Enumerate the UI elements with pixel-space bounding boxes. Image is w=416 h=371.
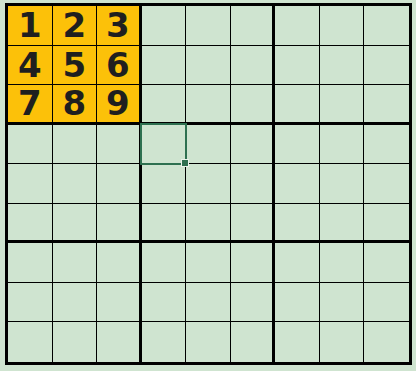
page-background: 123456789 bbox=[0, 0, 416, 371]
cell-r5c1[interactable] bbox=[8, 164, 53, 204]
cell-r4c9[interactable] bbox=[364, 125, 409, 165]
cell-r4c2[interactable] bbox=[53, 125, 98, 165]
cell-r5c8[interactable] bbox=[320, 164, 365, 204]
cell-r3c5[interactable] bbox=[186, 85, 231, 125]
cell-r8c5[interactable] bbox=[186, 283, 231, 323]
cell-r5c3[interactable] bbox=[97, 164, 142, 204]
cell-r3c4[interactable] bbox=[142, 85, 187, 125]
cell-r4c1[interactable] bbox=[8, 125, 53, 165]
cell-r5c2[interactable] bbox=[53, 164, 98, 204]
cell-r9c9[interactable] bbox=[364, 322, 409, 362]
cell-r4c6[interactable] bbox=[231, 125, 276, 165]
cell-r2c6[interactable] bbox=[231, 46, 276, 86]
cell-r3c7[interactable] bbox=[275, 85, 320, 125]
cell-r6c9[interactable] bbox=[364, 204, 409, 244]
cell-r3c3[interactable]: 9 bbox=[97, 85, 142, 125]
cell-r5c4[interactable] bbox=[142, 164, 187, 204]
cell-r7c8[interactable] bbox=[320, 243, 365, 283]
cell-r3c1[interactable]: 7 bbox=[8, 85, 53, 125]
cell-r1c3[interactable]: 3 bbox=[97, 6, 142, 46]
cell-r1c8[interactable] bbox=[320, 6, 365, 46]
cell-r1c6[interactable] bbox=[231, 6, 276, 46]
cell-r5c6[interactable] bbox=[231, 164, 276, 204]
cell-r8c8[interactable] bbox=[320, 283, 365, 323]
cell-r9c7[interactable] bbox=[275, 322, 320, 362]
cell-r8c2[interactable] bbox=[53, 283, 98, 323]
cell-digit: 9 bbox=[106, 86, 130, 120]
cell-r7c9[interactable] bbox=[364, 243, 409, 283]
cell-r6c5[interactable] bbox=[186, 204, 231, 244]
cell-r9c8[interactable] bbox=[320, 322, 365, 362]
cell-r6c3[interactable] bbox=[97, 204, 142, 244]
cell-r6c2[interactable] bbox=[53, 204, 98, 244]
cell-r9c3[interactable] bbox=[97, 322, 142, 362]
cell-r6c6[interactable] bbox=[231, 204, 276, 244]
cell-digit: 5 bbox=[62, 48, 86, 82]
cell-r3c9[interactable] bbox=[364, 85, 409, 125]
cell-digit: 6 bbox=[106, 48, 130, 82]
cell-r5c5[interactable] bbox=[186, 164, 231, 204]
cell-r8c4[interactable] bbox=[142, 283, 187, 323]
cell-r7c7[interactable] bbox=[275, 243, 320, 283]
cell-r1c1[interactable]: 1 bbox=[8, 6, 53, 46]
cell-r2c4[interactable] bbox=[142, 46, 187, 86]
cell-r5c9[interactable] bbox=[364, 164, 409, 204]
cell-r8c9[interactable] bbox=[364, 283, 409, 323]
cell-r4c7[interactable] bbox=[275, 125, 320, 165]
cell-r2c3[interactable]: 6 bbox=[97, 46, 142, 86]
cell-digit: 1 bbox=[18, 8, 42, 42]
cell-r7c2[interactable] bbox=[53, 243, 98, 283]
cell-r6c4[interactable] bbox=[142, 204, 187, 244]
cell-r1c4[interactable] bbox=[142, 6, 187, 46]
cell-r9c6[interactable] bbox=[231, 322, 276, 362]
cell-r6c1[interactable] bbox=[8, 204, 53, 244]
cell-r4c3[interactable] bbox=[97, 125, 142, 165]
cell-r8c6[interactable] bbox=[231, 283, 276, 323]
cell-r9c1[interactable] bbox=[8, 322, 53, 362]
cell-r2c2[interactable]: 5 bbox=[53, 46, 98, 86]
sudoku-board: 123456789 bbox=[5, 3, 412, 365]
cell-r2c7[interactable] bbox=[275, 46, 320, 86]
cell-r6c8[interactable] bbox=[320, 204, 365, 244]
cell-r4c8[interactable] bbox=[320, 125, 365, 165]
cell-r2c1[interactable]: 4 bbox=[8, 46, 53, 86]
cell-r4c5[interactable] bbox=[186, 125, 231, 165]
cell-r1c5[interactable] bbox=[186, 6, 231, 46]
cell-r4c4[interactable] bbox=[142, 125, 187, 165]
cell-r3c2[interactable]: 8 bbox=[53, 85, 98, 125]
selection-outline bbox=[140, 123, 188, 166]
cell-r2c8[interactable] bbox=[320, 46, 365, 86]
cell-r2c9[interactable] bbox=[364, 46, 409, 86]
cell-r7c3[interactable] bbox=[97, 243, 142, 283]
cell-r8c7[interactable] bbox=[275, 283, 320, 323]
cell-r1c9[interactable] bbox=[364, 6, 409, 46]
cell-r2c5[interactable] bbox=[186, 46, 231, 86]
cell-r8c1[interactable] bbox=[8, 283, 53, 323]
cell-r9c4[interactable] bbox=[142, 322, 187, 362]
cell-r7c1[interactable] bbox=[8, 243, 53, 283]
cell-r8c3[interactable] bbox=[97, 283, 142, 323]
cell-digit: 7 bbox=[18, 86, 42, 120]
cell-r5c7[interactable] bbox=[275, 164, 320, 204]
cell-digit: 3 bbox=[106, 8, 130, 42]
cell-r9c5[interactable] bbox=[186, 322, 231, 362]
cell-digit: 4 bbox=[18, 48, 42, 82]
cell-r6c7[interactable] bbox=[275, 204, 320, 244]
cell-r3c8[interactable] bbox=[320, 85, 365, 125]
cell-r7c5[interactable] bbox=[186, 243, 231, 283]
cell-r1c7[interactable] bbox=[275, 6, 320, 46]
cell-r7c4[interactable] bbox=[142, 243, 187, 283]
cell-r3c6[interactable] bbox=[231, 85, 276, 125]
cell-digit: 2 bbox=[62, 8, 86, 42]
cell-r1c2[interactable]: 2 bbox=[53, 6, 98, 46]
cell-r9c2[interactable] bbox=[53, 322, 98, 362]
cell-r7c6[interactable] bbox=[231, 243, 276, 283]
cell-digit: 8 bbox=[62, 86, 86, 120]
